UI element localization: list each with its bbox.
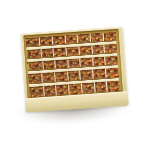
candy-piece	[26, 37, 39, 45]
candy-piece	[105, 68, 118, 78]
candy-piece	[29, 61, 42, 70]
candy-piece	[68, 84, 81, 94]
candy-piece	[81, 83, 94, 93]
candy-piece	[105, 55, 118, 64]
box-rows	[26, 32, 120, 96]
candy-piece	[91, 44, 104, 53]
candy-piece	[67, 71, 80, 81]
candy-box	[20, 27, 128, 113]
candy-piece	[43, 85, 56, 95]
candy-piece	[106, 81, 119, 91]
candy-piece	[92, 56, 105, 65]
candy-piece	[79, 57, 92, 66]
candy-piece	[64, 35, 77, 43]
box-interior	[24, 29, 123, 98]
candy-piece	[55, 84, 68, 94]
candy-piece	[66, 46, 79, 55]
candy-piece	[92, 69, 105, 79]
candy-piece	[54, 59, 67, 68]
candy-piece	[40, 48, 53, 57]
candy-piece	[42, 60, 55, 69]
candy-piece	[28, 49, 41, 58]
candy-piece	[78, 45, 91, 54]
candy-piece	[30, 86, 43, 96]
candy-piece	[104, 44, 117, 53]
candy-piece	[80, 70, 93, 80]
candy-piece	[54, 72, 67, 82]
candy-piece	[77, 34, 90, 42]
candy-piece	[41, 72, 54, 82]
candy-piece	[53, 47, 66, 56]
candy-piece	[94, 82, 107, 92]
candy-piece	[39, 37, 52, 45]
candy-piece	[28, 73, 41, 83]
candy-piece	[51, 36, 64, 44]
candy-piece	[90, 33, 103, 41]
product-photo	[0, 0, 150, 150]
candy-piece	[103, 32, 116, 40]
candy-piece	[67, 58, 80, 67]
